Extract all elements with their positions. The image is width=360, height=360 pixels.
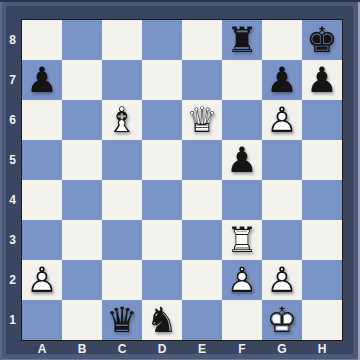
square-b2[interactable] — [62, 260, 102, 300]
square-c3[interactable] — [102, 220, 142, 260]
rank-label-6: 6 — [5, 100, 20, 140]
square-d7[interactable] — [142, 60, 182, 100]
square-f8[interactable]: ♜ — [222, 20, 262, 60]
chess-board: ♜♚♟♟♟♝♗♛♕♟♙♟♜♖♟♙♟♙♟♙♛♞♚♔ — [21, 19, 343, 341]
square-c1[interactable]: ♛ — [102, 300, 142, 340]
square-a3[interactable] — [22, 220, 62, 260]
square-e2[interactable] — [182, 260, 222, 300]
square-f6[interactable] — [222, 100, 262, 140]
piece-black-queen: ♛ — [102, 300, 142, 340]
piece-white-bishop: ♝♗ — [102, 100, 142, 140]
square-d6[interactable] — [142, 100, 182, 140]
square-h8[interactable]: ♚ — [302, 20, 342, 60]
square-e5[interactable] — [182, 140, 222, 180]
board-frame: ♜♚♟♟♟♝♗♛♕♟♙♟♜♖♟♙♟♙♟♙♛♞♚♔ 87654321 ABCDEF… — [0, 0, 360, 360]
piece-black-pawn: ♟ — [222, 140, 262, 180]
square-e1[interactable] — [182, 300, 222, 340]
square-b1[interactable] — [62, 300, 102, 340]
square-c2[interactable] — [102, 260, 142, 300]
square-d4[interactable] — [142, 180, 182, 220]
square-f3[interactable]: ♜♖ — [222, 220, 262, 260]
square-a5[interactable] — [22, 140, 62, 180]
square-a8[interactable] — [22, 20, 62, 60]
square-g2[interactable]: ♟♙ — [262, 260, 302, 300]
piece-white-pawn: ♟♙ — [262, 100, 302, 140]
square-a4[interactable] — [22, 180, 62, 220]
piece-black-knight: ♞ — [142, 300, 182, 340]
file-label-f: F — [222, 341, 262, 357]
square-d3[interactable] — [142, 220, 182, 260]
square-h3[interactable] — [302, 220, 342, 260]
square-c4[interactable] — [102, 180, 142, 220]
square-c7[interactable] — [102, 60, 142, 100]
square-g6[interactable]: ♟♙ — [262, 100, 302, 140]
piece-white-rook: ♜♖ — [222, 220, 262, 260]
square-c6[interactable]: ♝♗ — [102, 100, 142, 140]
square-e6[interactable]: ♛♕ — [182, 100, 222, 140]
piece-black-pawn: ♟ — [262, 60, 302, 100]
square-c8[interactable] — [102, 20, 142, 60]
rank-label-7: 7 — [5, 60, 20, 100]
square-b4[interactable] — [62, 180, 102, 220]
rank-label-3: 3 — [5, 220, 20, 260]
rank-label-5: 5 — [5, 140, 20, 180]
piece-white-pawn: ♟♙ — [22, 260, 62, 300]
square-f1[interactable] — [222, 300, 262, 340]
square-a2[interactable]: ♟♙ — [22, 260, 62, 300]
piece-black-pawn: ♟ — [22, 60, 62, 100]
square-g3[interactable] — [262, 220, 302, 260]
rank-label-1: 1 — [5, 300, 20, 340]
square-f5[interactable]: ♟ — [222, 140, 262, 180]
square-b6[interactable] — [62, 100, 102, 140]
piece-white-pawn: ♟♙ — [262, 260, 302, 300]
rank-label-4: 4 — [5, 180, 20, 220]
file-label-h: H — [302, 341, 342, 357]
square-f4[interactable] — [222, 180, 262, 220]
square-b8[interactable] — [62, 20, 102, 60]
square-f7[interactable] — [222, 60, 262, 100]
square-d5[interactable] — [142, 140, 182, 180]
square-g5[interactable] — [262, 140, 302, 180]
piece-black-pawn: ♟ — [302, 60, 342, 100]
file-label-d: D — [142, 341, 182, 357]
piece-black-rook: ♜ — [222, 20, 262, 60]
square-a6[interactable] — [22, 100, 62, 140]
square-h5[interactable] — [302, 140, 342, 180]
square-g8[interactable] — [262, 20, 302, 60]
file-label-g: G — [262, 341, 302, 357]
square-a7[interactable]: ♟ — [22, 60, 62, 100]
rank-label-8: 8 — [5, 20, 20, 60]
square-e3[interactable] — [182, 220, 222, 260]
square-b3[interactable] — [62, 220, 102, 260]
piece-white-pawn: ♟♙ — [222, 260, 262, 300]
square-h1[interactable] — [302, 300, 342, 340]
square-b7[interactable] — [62, 60, 102, 100]
piece-white-queen: ♛♕ — [182, 100, 222, 140]
square-g7[interactable]: ♟ — [262, 60, 302, 100]
square-d1[interactable]: ♞ — [142, 300, 182, 340]
square-g4[interactable] — [262, 180, 302, 220]
file-label-e: E — [182, 341, 222, 357]
piece-black-king: ♚ — [302, 20, 342, 60]
square-a1[interactable] — [22, 300, 62, 340]
square-b5[interactable] — [62, 140, 102, 180]
square-d2[interactable] — [142, 260, 182, 300]
square-e8[interactable] — [182, 20, 222, 60]
file-label-a: A — [22, 341, 62, 357]
square-f2[interactable]: ♟♙ — [222, 260, 262, 300]
square-h4[interactable] — [302, 180, 342, 220]
file-label-c: C — [102, 341, 142, 357]
square-e7[interactable] — [182, 60, 222, 100]
square-g1[interactable]: ♚♔ — [262, 300, 302, 340]
file-label-b: B — [62, 341, 102, 357]
square-c5[interactable] — [102, 140, 142, 180]
square-h2[interactable] — [302, 260, 342, 300]
square-d8[interactable] — [142, 20, 182, 60]
rank-label-2: 2 — [5, 260, 20, 300]
square-h6[interactable] — [302, 100, 342, 140]
square-e4[interactable] — [182, 180, 222, 220]
square-h7[interactable]: ♟ — [302, 60, 342, 100]
piece-white-king: ♚♔ — [262, 300, 302, 340]
